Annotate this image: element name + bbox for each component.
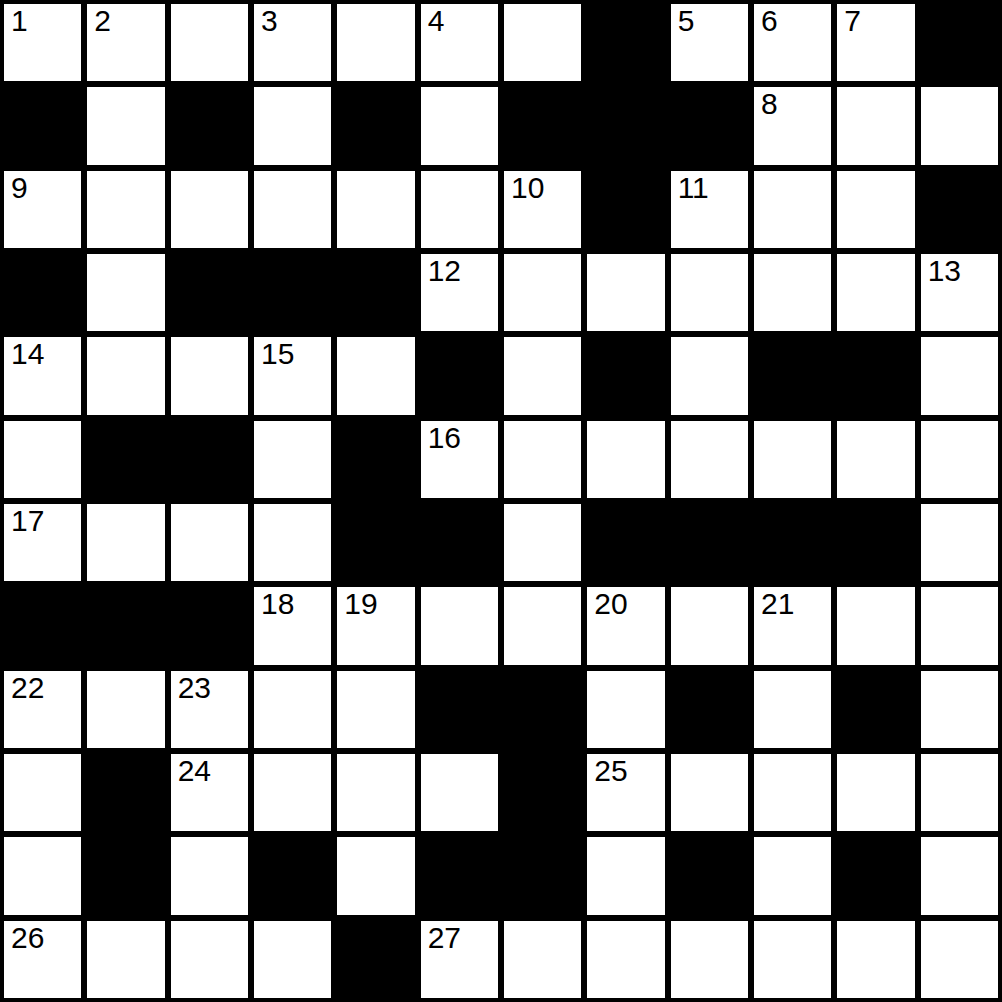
blocked-cell-r5-c4	[337, 421, 414, 498]
open-cell-r10-c4[interactable]	[337, 837, 414, 914]
open-cell-r1-c9[interactable]: 8	[754, 87, 831, 164]
open-cell-r3-c1[interactable]	[87, 254, 164, 331]
open-cell-r8-c11[interactable]	[921, 671, 998, 748]
blocked-cell-r4-c9	[754, 337, 831, 414]
open-cell-r9-c7[interactable]: 25	[587, 754, 664, 831]
clue-number-23: 23	[178, 672, 211, 704]
clue-number-11: 11	[678, 172, 709, 204]
open-cell-r11-c9[interactable]	[754, 921, 831, 998]
open-cell-r4-c6[interactable]	[504, 337, 581, 414]
blocked-cell-r7-c1	[87, 587, 164, 664]
clue-number-4: 4	[428, 5, 445, 37]
open-cell-r4-c0[interactable]: 14	[4, 337, 81, 414]
open-cell-r4-c3[interactable]: 15	[254, 337, 331, 414]
blocked-cell-r7-c2	[171, 587, 248, 664]
clue-number-10: 10	[511, 172, 544, 204]
open-cell-r11-c1[interactable]	[87, 921, 164, 998]
open-cell-r7-c5[interactable]	[421, 587, 498, 664]
clue-number-26: 26	[11, 922, 44, 954]
blocked-cell-r8-c10	[837, 671, 914, 748]
open-cell-r3-c7[interactable]	[587, 254, 664, 331]
open-cell-r3-c5[interactable]: 12	[421, 254, 498, 331]
blocked-cell-r4-c7	[587, 337, 664, 414]
clue-number-17: 17	[11, 505, 44, 537]
open-cell-r6-c11[interactable]	[921, 504, 998, 581]
blocked-cell-r3-c2	[171, 254, 248, 331]
open-cell-r2-c8[interactable]: 11	[671, 171, 748, 248]
open-cell-r2-c6[interactable]: 10	[504, 171, 581, 248]
open-cell-r0-c2[interactable]	[171, 4, 248, 81]
open-cell-r4-c8[interactable]	[671, 337, 748, 414]
blocked-cell-r2-c7	[587, 171, 664, 248]
clue-number-7: 7	[844, 5, 861, 37]
open-cell-r11-c2[interactable]	[171, 921, 248, 998]
open-cell-r6-c1[interactable]	[87, 504, 164, 581]
open-cell-r10-c2[interactable]	[171, 837, 248, 914]
clue-number-14: 14	[11, 338, 44, 370]
blocked-cell-r3-c0	[4, 254, 81, 331]
blocked-cell-r10-c8	[671, 837, 748, 914]
open-cell-r7-c8[interactable]	[671, 587, 748, 664]
clue-number-3: 3	[261, 5, 278, 37]
open-cell-r1-c10[interactable]	[837, 87, 914, 164]
open-cell-r2-c1[interactable]	[87, 171, 164, 248]
open-cell-r1-c1[interactable]	[87, 87, 164, 164]
open-cell-r0-c9[interactable]: 6	[754, 4, 831, 81]
open-cell-r9-c3[interactable]	[254, 754, 331, 831]
blocked-cell-r2-c11	[921, 171, 998, 248]
open-cell-r4-c1[interactable]	[87, 337, 164, 414]
blocked-cell-r5-c2	[171, 421, 248, 498]
blocked-cell-r6-c9	[754, 504, 831, 581]
blocked-cell-r10-c6	[504, 837, 581, 914]
open-cell-r0-c3[interactable]: 3	[254, 4, 331, 81]
open-cell-r0-c10[interactable]: 7	[837, 4, 914, 81]
clue-number-6: 6	[761, 5, 778, 37]
open-cell-r2-c0[interactable]: 9	[4, 171, 81, 248]
blocked-cell-r0-c7	[587, 4, 664, 81]
clue-number-21: 21	[761, 588, 794, 620]
open-cell-r5-c11[interactable]	[921, 421, 998, 498]
open-cell-r1-c5[interactable]	[421, 87, 498, 164]
open-cell-r4-c4[interactable]	[337, 337, 414, 414]
open-cell-r10-c0[interactable]	[4, 837, 81, 914]
open-cell-r8-c9[interactable]	[754, 671, 831, 748]
open-cell-r5-c10[interactable]	[837, 421, 914, 498]
open-cell-r9-c5[interactable]	[421, 754, 498, 831]
open-cell-r7-c10[interactable]	[837, 587, 914, 664]
blocked-cell-r9-c6	[504, 754, 581, 831]
open-cell-r11-c8[interactable]	[671, 921, 748, 998]
clue-number-12: 12	[428, 255, 461, 287]
open-cell-r2-c4[interactable]	[337, 171, 414, 248]
blocked-cell-r6-c7	[587, 504, 664, 581]
blocked-cell-r1-c8	[671, 87, 748, 164]
clue-number-8: 8	[761, 88, 778, 120]
open-cell-r0-c4[interactable]	[337, 4, 414, 81]
blocked-cell-r10-c1	[87, 837, 164, 914]
clue-number-13: 13	[928, 255, 961, 287]
open-cell-r6-c3[interactable]	[254, 504, 331, 581]
open-cell-r3-c8[interactable]	[671, 254, 748, 331]
blocked-cell-r3-c4	[337, 254, 414, 331]
open-cell-r9-c10[interactable]	[837, 754, 914, 831]
open-cell-r0-c0[interactable]: 1	[4, 4, 81, 81]
clue-number-25: 25	[594, 755, 627, 787]
open-cell-r2-c2[interactable]	[171, 171, 248, 248]
blocked-cell-r5-c1	[87, 421, 164, 498]
blocked-cell-r10-c10	[837, 837, 914, 914]
open-cell-r11-c11[interactable]	[921, 921, 998, 998]
open-cell-r0-c6[interactable]	[504, 4, 581, 81]
clue-number-9: 9	[11, 172, 28, 204]
open-cell-r2-c5[interactable]	[421, 171, 498, 248]
open-cell-r3-c9[interactable]	[754, 254, 831, 331]
open-cell-r7-c3[interactable]: 18	[254, 587, 331, 664]
open-cell-r3-c10[interactable]	[837, 254, 914, 331]
open-cell-r11-c6[interactable]	[504, 921, 581, 998]
open-cell-r4-c11[interactable]	[921, 337, 998, 414]
clue-number-22: 22	[11, 672, 44, 704]
open-cell-r6-c0[interactable]: 17	[4, 504, 81, 581]
blocked-cell-r10-c5	[421, 837, 498, 914]
crossword-board: 1234567891011121314151617181920212223242…	[0, 0, 1002, 1002]
open-cell-r5-c5[interactable]: 16	[421, 421, 498, 498]
open-cell-r4-c2[interactable]	[171, 337, 248, 414]
open-cell-r8-c0[interactable]: 22	[4, 671, 81, 748]
open-cell-r10-c7[interactable]	[587, 837, 664, 914]
blocked-cell-r8-c5	[421, 671, 498, 748]
blocked-cell-r3-c3	[254, 254, 331, 331]
open-cell-r7-c11[interactable]	[921, 587, 998, 664]
open-cell-r3-c11[interactable]: 13	[921, 254, 998, 331]
open-cell-r11-c3[interactable]	[254, 921, 331, 998]
open-cell-r5-c9[interactable]	[754, 421, 831, 498]
open-cell-r8-c2[interactable]: 23	[171, 671, 248, 748]
open-cell-r6-c2[interactable]	[171, 504, 248, 581]
open-cell-r8-c1[interactable]	[87, 671, 164, 748]
blocked-cell-r8-c6	[504, 671, 581, 748]
blocked-cell-r7-c0	[4, 587, 81, 664]
open-cell-r9-c9[interactable]	[754, 754, 831, 831]
open-cell-r5-c3[interactable]	[254, 421, 331, 498]
clue-number-2: 2	[94, 5, 111, 37]
open-cell-r0-c5[interactable]: 4	[421, 4, 498, 81]
blocked-cell-r1-c6	[504, 87, 581, 164]
blocked-cell-r6-c4	[337, 504, 414, 581]
blocked-cell-r4-c5	[421, 337, 498, 414]
clue-number-16: 16	[428, 422, 461, 454]
open-cell-r11-c5[interactable]: 27	[421, 921, 498, 998]
blocked-cell-r1-c0	[4, 87, 81, 164]
clue-number-15: 15	[261, 338, 294, 370]
blocked-cell-r6-c10	[837, 504, 914, 581]
open-cell-r7-c9[interactable]: 21	[754, 587, 831, 664]
blocked-cell-r6-c5	[421, 504, 498, 581]
open-cell-r9-c11[interactable]	[921, 754, 998, 831]
open-cell-r11-c7[interactable]	[587, 921, 664, 998]
open-cell-r8-c3[interactable]	[254, 671, 331, 748]
open-cell-r7-c6[interactable]	[504, 587, 581, 664]
open-cell-r8-c4[interactable]	[337, 671, 414, 748]
open-cell-r2-c3[interactable]	[254, 171, 331, 248]
open-cell-r5-c0[interactable]	[4, 421, 81, 498]
blocked-cell-r11-c4	[337, 921, 414, 998]
open-cell-r9-c4[interactable]	[337, 754, 414, 831]
blocked-cell-r9-c1	[87, 754, 164, 831]
open-cell-r10-c11[interactable]	[921, 837, 998, 914]
open-cell-r5-c6[interactable]	[504, 421, 581, 498]
clue-number-27: 27	[428, 922, 461, 954]
blocked-cell-r4-c10	[837, 337, 914, 414]
open-cell-r11-c0[interactable]: 26	[4, 921, 81, 998]
clue-number-24: 24	[178, 755, 211, 787]
clue-number-5: 5	[678, 5, 695, 37]
open-cell-r7-c4[interactable]: 19	[337, 587, 414, 664]
clue-number-1: 1	[11, 5, 28, 37]
open-cell-r11-c10[interactable]	[837, 921, 914, 998]
clue-number-20: 20	[594, 588, 627, 620]
open-cell-r2-c9[interactable]	[754, 171, 831, 248]
blocked-cell-r0-c11	[921, 4, 998, 81]
clue-number-19: 19	[344, 588, 377, 620]
blocked-cell-r1-c4	[337, 87, 414, 164]
clue-number-18: 18	[261, 588, 294, 620]
open-cell-r10-c9[interactable]	[754, 837, 831, 914]
open-cell-r0-c8[interactable]: 5	[671, 4, 748, 81]
open-cell-r7-c7[interactable]: 20	[587, 587, 664, 664]
open-cell-r1-c3[interactable]	[254, 87, 331, 164]
blocked-cell-r1-c7	[587, 87, 664, 164]
open-cell-r5-c8[interactable]	[671, 421, 748, 498]
blocked-cell-r10-c3	[254, 837, 331, 914]
open-cell-r9-c8[interactable]	[671, 754, 748, 831]
open-cell-r9-c0[interactable]	[4, 754, 81, 831]
blocked-cell-r1-c2	[171, 87, 248, 164]
blocked-cell-r8-c8	[671, 671, 748, 748]
open-cell-r3-c6[interactable]	[504, 254, 581, 331]
open-cell-r6-c6[interactable]	[504, 504, 581, 581]
open-cell-r0-c1[interactable]: 2	[87, 4, 164, 81]
open-cell-r8-c7[interactable]	[587, 671, 664, 748]
open-cell-r9-c2[interactable]: 24	[171, 754, 248, 831]
open-cell-r1-c11[interactable]	[921, 87, 998, 164]
open-cell-r2-c10[interactable]	[837, 171, 914, 248]
open-cell-r5-c7[interactable]	[587, 421, 664, 498]
blocked-cell-r6-c8	[671, 504, 748, 581]
